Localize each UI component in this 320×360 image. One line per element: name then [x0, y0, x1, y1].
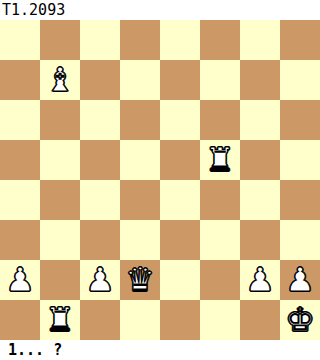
square-c5[interactable]: [80, 140, 120, 180]
square-d8[interactable]: [120, 20, 160, 60]
square-f7[interactable]: [200, 60, 240, 100]
square-e1[interactable]: [160, 300, 200, 340]
square-f5[interactable]: ♜: [200, 140, 240, 180]
square-b2[interactable]: [40, 260, 80, 300]
square-d4[interactable]: [120, 180, 160, 220]
square-a4[interactable]: [0, 180, 40, 220]
square-a5[interactable]: [0, 140, 40, 180]
piece-wQ-d2: ♛: [125, 260, 155, 300]
square-e6[interactable]: [160, 100, 200, 140]
square-g2[interactable]: ♟: [240, 260, 280, 300]
chess-puzzle-window: T1.2093 ♝♜♟♟♛♟♟♜♚ 1... ?: [0, 0, 320, 360]
square-c2[interactable]: ♟: [80, 260, 120, 300]
square-d3[interactable]: [120, 220, 160, 260]
square-c1[interactable]: [80, 300, 120, 340]
square-b5[interactable]: [40, 140, 80, 180]
piece-wP-c2: ♟: [85, 260, 115, 300]
piece-wK-h1: ♚: [285, 300, 315, 340]
square-c7[interactable]: [80, 60, 120, 100]
piece-wP-h2: ♟: [285, 260, 315, 300]
square-b6[interactable]: [40, 100, 80, 140]
square-f3[interactable]: [200, 220, 240, 260]
square-b7[interactable]: ♝: [40, 60, 80, 100]
piece-wR-f5: ♜: [205, 140, 235, 180]
chess-board: ♝♜♟♟♛♟♟♜♚: [0, 20, 320, 340]
square-f4[interactable]: [200, 180, 240, 220]
square-e8[interactable]: [160, 20, 200, 60]
square-h3[interactable]: [280, 220, 320, 260]
square-b8[interactable]: [40, 20, 80, 60]
square-g6[interactable]: [240, 100, 280, 140]
square-a8[interactable]: [0, 20, 40, 60]
square-g1[interactable]: [240, 300, 280, 340]
puzzle-id: T1.2093: [0, 0, 320, 20]
square-e7[interactable]: [160, 60, 200, 100]
square-e4[interactable]: [160, 180, 200, 220]
square-g7[interactable]: [240, 60, 280, 100]
piece-wP-a2: ♟: [5, 260, 35, 300]
square-f1[interactable]: [200, 300, 240, 340]
square-c8[interactable]: [80, 20, 120, 60]
square-e5[interactable]: [160, 140, 200, 180]
square-a1[interactable]: [0, 300, 40, 340]
square-g4[interactable]: [240, 180, 280, 220]
square-a3[interactable]: [0, 220, 40, 260]
square-a2[interactable]: ♟: [0, 260, 40, 300]
square-c4[interactable]: [80, 180, 120, 220]
square-c3[interactable]: [80, 220, 120, 260]
square-h1[interactable]: ♚: [280, 300, 320, 340]
square-b4[interactable]: [40, 180, 80, 220]
square-e3[interactable]: [160, 220, 200, 260]
square-d2[interactable]: ♛: [120, 260, 160, 300]
square-d7[interactable]: [120, 60, 160, 100]
square-g8[interactable]: [240, 20, 280, 60]
piece-wB-b7: ♝: [45, 60, 75, 100]
square-h2[interactable]: ♟: [280, 260, 320, 300]
square-h4[interactable]: [280, 180, 320, 220]
square-e2[interactable]: [160, 260, 200, 300]
square-d1[interactable]: [120, 300, 160, 340]
square-b1[interactable]: ♜: [40, 300, 80, 340]
move-prompt: 1... ?: [0, 340, 320, 360]
square-d6[interactable]: [120, 100, 160, 140]
square-h7[interactable]: [280, 60, 320, 100]
square-d5[interactable]: [120, 140, 160, 180]
square-g3[interactable]: [240, 220, 280, 260]
square-c6[interactable]: [80, 100, 120, 140]
square-h8[interactable]: [280, 20, 320, 60]
square-g5[interactable]: [240, 140, 280, 180]
piece-wR-b1: ♜: [45, 300, 75, 340]
square-f2[interactable]: [200, 260, 240, 300]
square-b3[interactable]: [40, 220, 80, 260]
square-f6[interactable]: [200, 100, 240, 140]
square-f8[interactable]: [200, 20, 240, 60]
square-a7[interactable]: [0, 60, 40, 100]
square-a6[interactable]: [0, 100, 40, 140]
piece-wP-g2: ♟: [245, 260, 275, 300]
square-h5[interactable]: [280, 140, 320, 180]
square-h6[interactable]: [280, 100, 320, 140]
